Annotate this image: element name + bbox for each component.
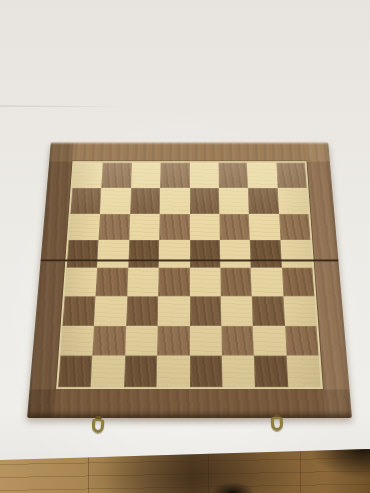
square-h5[interactable] <box>280 240 312 268</box>
square-h1[interactable] <box>286 356 320 387</box>
square-g6[interactable] <box>249 214 280 241</box>
square-f5[interactable] <box>220 240 251 268</box>
square-d4[interactable] <box>158 268 189 296</box>
photo-scene <box>0 0 370 493</box>
square-b6[interactable] <box>99 214 130 241</box>
chess-board <box>27 142 352 418</box>
square-b4[interactable] <box>96 268 128 296</box>
brass-clasp-left <box>90 416 105 437</box>
square-a8[interactable] <box>72 163 103 188</box>
clasp-loop-icon <box>92 419 105 434</box>
square-e6[interactable] <box>190 214 220 241</box>
square-d7[interactable] <box>160 188 190 214</box>
square-a7[interactable] <box>71 188 102 214</box>
clasp-loop-icon <box>271 417 283 431</box>
square-h7[interactable] <box>277 188 308 214</box>
square-b1[interactable] <box>91 356 125 387</box>
square-g5[interactable] <box>250 240 282 268</box>
square-a3[interactable] <box>63 296 96 325</box>
square-f1[interactable] <box>222 356 255 387</box>
square-d8[interactable] <box>160 163 189 188</box>
square-g4[interactable] <box>251 268 283 296</box>
square-g1[interactable] <box>254 356 288 387</box>
square-d2[interactable] <box>157 325 189 355</box>
brass-clasp-right <box>270 414 285 434</box>
square-a1[interactable] <box>58 356 92 387</box>
square-f8[interactable] <box>218 163 248 188</box>
square-g2[interactable] <box>253 325 286 355</box>
square-f4[interactable] <box>220 268 252 296</box>
square-a5[interactable] <box>67 240 99 268</box>
square-c4[interactable] <box>127 268 159 296</box>
square-e2[interactable] <box>190 325 222 355</box>
square-h8[interactable] <box>276 163 307 188</box>
square-e1[interactable] <box>190 356 223 387</box>
square-b7[interactable] <box>100 188 131 214</box>
square-c1[interactable] <box>124 356 157 387</box>
square-c7[interactable] <box>130 188 160 214</box>
square-h6[interactable] <box>279 214 311 241</box>
wall-background <box>0 0 370 108</box>
square-e8[interactable] <box>190 163 219 188</box>
square-h2[interactable] <box>285 325 319 355</box>
square-d5[interactable] <box>159 240 190 268</box>
square-b3[interactable] <box>94 296 127 325</box>
square-c8[interactable] <box>131 163 161 188</box>
square-d1[interactable] <box>157 356 190 387</box>
square-g8[interactable] <box>247 163 277 188</box>
square-a2[interactable] <box>60 325 94 355</box>
square-c3[interactable] <box>126 296 158 325</box>
square-h4[interactable] <box>282 268 315 296</box>
square-g7[interactable] <box>248 188 279 214</box>
square-f3[interactable] <box>221 296 253 325</box>
square-d3[interactable] <box>158 296 190 325</box>
square-c6[interactable] <box>129 214 160 241</box>
fold-seam <box>40 260 338 262</box>
square-b5[interactable] <box>97 240 129 268</box>
square-c5[interactable] <box>128 240 159 268</box>
square-g3[interactable] <box>252 296 285 325</box>
square-h3[interactable] <box>283 296 316 325</box>
square-e5[interactable] <box>190 240 221 268</box>
square-b2[interactable] <box>93 325 126 355</box>
square-f7[interactable] <box>219 188 249 214</box>
square-f6[interactable] <box>219 214 250 241</box>
square-b8[interactable] <box>102 163 132 188</box>
square-c2[interactable] <box>125 325 158 355</box>
square-d6[interactable] <box>159 214 189 241</box>
square-a6[interactable] <box>69 214 101 241</box>
square-f2[interactable] <box>221 325 254 355</box>
square-e3[interactable] <box>190 296 222 325</box>
square-e4[interactable] <box>190 268 221 296</box>
board-grid <box>56 161 323 389</box>
square-a4[interactable] <box>65 268 98 296</box>
square-e7[interactable] <box>190 188 220 214</box>
